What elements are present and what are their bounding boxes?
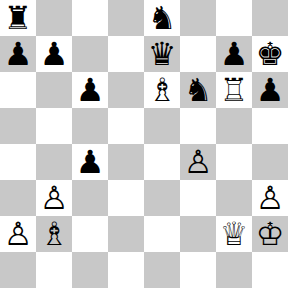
square-d7[interactable] — [108, 36, 144, 72]
black-pawn[interactable]: ♟ — [256, 72, 285, 108]
square-b8[interactable] — [36, 0, 72, 36]
square-d5[interactable] — [108, 108, 144, 144]
square-e4[interactable] — [144, 144, 180, 180]
white-bishop[interactable]: ♗ — [40, 216, 69, 252]
square-a2[interactable]: ♙ — [0, 216, 36, 252]
square-f4[interactable]: ♙ — [180, 144, 216, 180]
square-d8[interactable] — [108, 0, 144, 36]
square-e3[interactable] — [144, 180, 180, 216]
white-rook[interactable]: ♖ — [220, 72, 249, 108]
square-f8[interactable] — [180, 0, 216, 36]
white-pawn[interactable]: ♙ — [184, 144, 213, 180]
black-queen[interactable]: ♛ — [148, 36, 177, 72]
square-c7[interactable] — [72, 36, 108, 72]
white-king[interactable]: ♔ — [256, 216, 285, 252]
square-a3[interactable] — [0, 180, 36, 216]
square-e2[interactable] — [144, 216, 180, 252]
black-pawn[interactable]: ♟ — [220, 36, 249, 72]
square-g5[interactable] — [216, 108, 252, 144]
square-h3[interactable]: ♙ — [252, 180, 288, 216]
square-g1[interactable] — [216, 252, 252, 288]
square-g2[interactable]: ♕ — [216, 216, 252, 252]
square-c1[interactable] — [72, 252, 108, 288]
black-rook[interactable]: ♜ — [4, 0, 33, 36]
white-pawn[interactable]: ♙ — [40, 180, 69, 216]
square-g4[interactable] — [216, 144, 252, 180]
square-f7[interactable] — [180, 36, 216, 72]
square-d3[interactable] — [108, 180, 144, 216]
square-b4[interactable] — [36, 144, 72, 180]
square-c2[interactable] — [72, 216, 108, 252]
chess-board: ♜♞♟♟♛♟♚♟♗♞♖♟♟♙♙♙♙♗♕♔ — [0, 0, 288, 288]
square-e1[interactable] — [144, 252, 180, 288]
square-h5[interactable] — [252, 108, 288, 144]
square-a7[interactable]: ♟ — [0, 36, 36, 72]
square-h1[interactable] — [252, 252, 288, 288]
square-g6[interactable]: ♖ — [216, 72, 252, 108]
black-knight[interactable]: ♞ — [148, 0, 177, 36]
square-c6[interactable]: ♟ — [72, 72, 108, 108]
square-d4[interactable] — [108, 144, 144, 180]
square-a4[interactable] — [0, 144, 36, 180]
square-a8[interactable]: ♜ — [0, 0, 36, 36]
square-b5[interactable] — [36, 108, 72, 144]
square-f6[interactable]: ♞ — [180, 72, 216, 108]
square-d1[interactable] — [108, 252, 144, 288]
black-pawn[interactable]: ♟ — [76, 144, 105, 180]
square-a5[interactable] — [0, 108, 36, 144]
square-e5[interactable] — [144, 108, 180, 144]
square-g7[interactable]: ♟ — [216, 36, 252, 72]
square-e8[interactable]: ♞ — [144, 0, 180, 36]
square-h8[interactable] — [252, 0, 288, 36]
square-h7[interactable]: ♚ — [252, 36, 288, 72]
white-queen[interactable]: ♕ — [220, 216, 249, 252]
square-b2[interactable]: ♗ — [36, 216, 72, 252]
square-b1[interactable] — [36, 252, 72, 288]
square-a1[interactable] — [0, 252, 36, 288]
square-f1[interactable] — [180, 252, 216, 288]
square-d2[interactable] — [108, 216, 144, 252]
square-f3[interactable] — [180, 180, 216, 216]
square-e7[interactable]: ♛ — [144, 36, 180, 72]
square-d6[interactable] — [108, 72, 144, 108]
white-bishop[interactable]: ♗ — [148, 72, 177, 108]
black-pawn[interactable]: ♟ — [76, 72, 105, 108]
black-pawn[interactable]: ♟ — [4, 36, 33, 72]
square-b7[interactable]: ♟ — [36, 36, 72, 72]
square-b3[interactable]: ♙ — [36, 180, 72, 216]
black-pawn[interactable]: ♟ — [40, 36, 69, 72]
square-a6[interactable] — [0, 72, 36, 108]
square-f2[interactable] — [180, 216, 216, 252]
square-f5[interactable] — [180, 108, 216, 144]
square-e6[interactable]: ♗ — [144, 72, 180, 108]
white-pawn[interactable]: ♙ — [256, 180, 285, 216]
square-c3[interactable] — [72, 180, 108, 216]
white-pawn[interactable]: ♙ — [4, 216, 33, 252]
square-h2[interactable]: ♔ — [252, 216, 288, 252]
square-c8[interactable] — [72, 0, 108, 36]
square-b6[interactable] — [36, 72, 72, 108]
black-king[interactable]: ♚ — [256, 36, 285, 72]
square-c4[interactable]: ♟ — [72, 144, 108, 180]
square-h4[interactable] — [252, 144, 288, 180]
square-h6[interactable]: ♟ — [252, 72, 288, 108]
square-g8[interactable] — [216, 0, 252, 36]
black-knight[interactable]: ♞ — [184, 72, 213, 108]
square-g3[interactable] — [216, 180, 252, 216]
square-c5[interactable] — [72, 108, 108, 144]
